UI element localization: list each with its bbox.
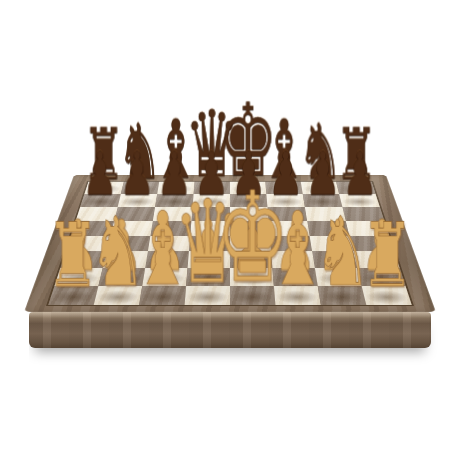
chess-board: ♜♞♝♛♚♝♞♜♟♟♟♟♟♟♟♟♟♟♟♟♟♟♟♟♜♞♝♛♚♝♞♜ bbox=[46, 181, 414, 306]
board-front-panel bbox=[29, 312, 431, 348]
piece-black-pawn: ♟ bbox=[342, 143, 377, 203]
square-h1: ♜ bbox=[362, 286, 412, 305]
piece-black-pawn: ♟ bbox=[82, 143, 117, 203]
square-g1: ♞ bbox=[318, 286, 367, 305]
board-frame: ♜♞♝♛♚♝♞♜♟♟♟♟♟♟♟♟♟♟♟♟♟♟♟♟♜♞♝♛♚♝♞♜ bbox=[24, 175, 436, 312]
chess-set-photo: ♜♞♝♛♚♝♞♜♟♟♟♟♟♟♟♟♟♟♟♟♟♟♟♟♜♞♝♛♚♝♞♜ bbox=[0, 0, 460, 460]
piece-white-rook: ♜ bbox=[361, 211, 413, 300]
